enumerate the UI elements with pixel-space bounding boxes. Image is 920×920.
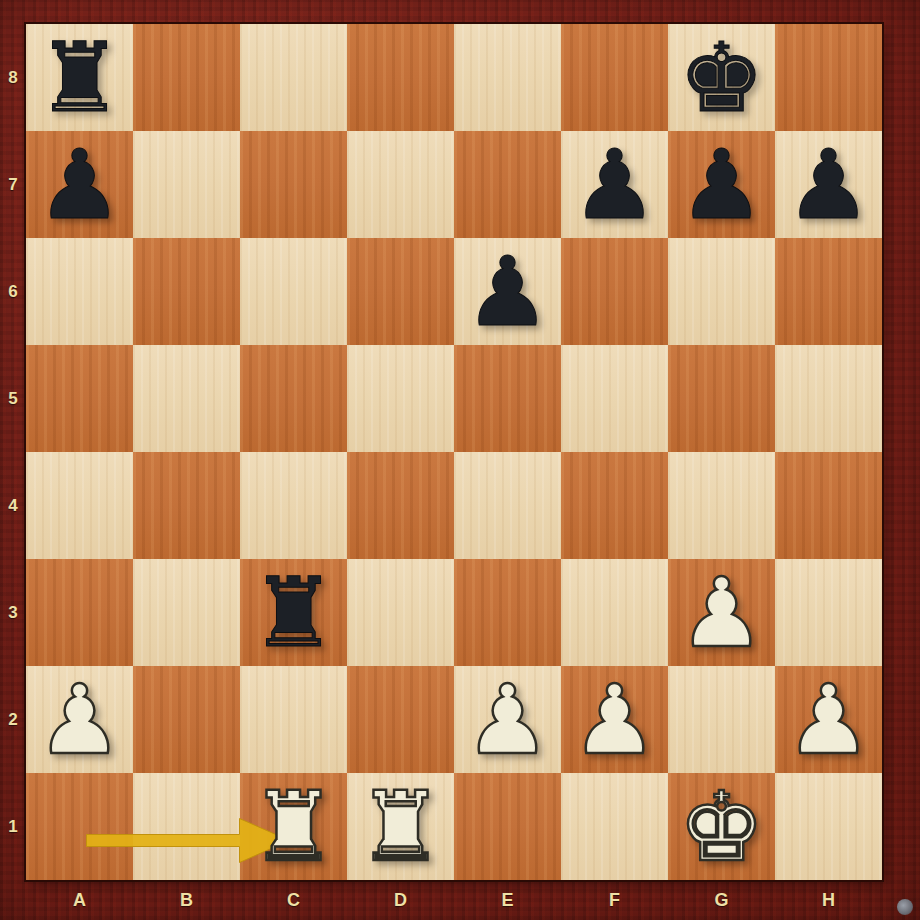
square-c4[interactable] [240,452,347,559]
square-b7[interactable] [133,131,240,238]
square-f6[interactable] [561,238,668,345]
rank-label-3: 3 [0,559,26,666]
piece-black-pawn: ♟ [775,131,882,238]
square-f4[interactable] [561,452,668,559]
square-b5[interactable] [133,345,240,452]
square-c3[interactable]: ♜ [240,559,347,666]
chess-board-frame: 87654321 ABCDEFGH ♜♚♟♟♟♟♟♜♟♟♟♟♟♜♜♚ [0,0,920,920]
square-g5[interactable] [668,345,775,452]
square-g7[interactable]: ♟ [668,131,775,238]
square-c5[interactable] [240,345,347,452]
piece-black-pawn: ♟ [561,131,668,238]
square-a7[interactable]: ♟ [26,131,133,238]
watermark-dot-icon [897,899,913,915]
square-c8[interactable] [240,24,347,131]
piece-black-king: ♚ [668,24,775,131]
rank-label-4: 4 [0,452,26,559]
piece-black-pawn: ♟ [26,131,133,238]
square-e8[interactable] [454,24,561,131]
square-f8[interactable] [561,24,668,131]
piece-white-pawn: ♟ [561,666,668,773]
square-d5[interactable] [347,345,454,452]
square-e3[interactable] [454,559,561,666]
file-label-g: G [668,880,775,920]
square-g1[interactable]: ♚ [668,773,775,880]
rank-label-7: 7 [0,131,26,238]
square-g4[interactable] [668,452,775,559]
square-d8[interactable] [347,24,454,131]
square-h2[interactable]: ♟ [775,666,882,773]
piece-white-pawn: ♟ [26,666,133,773]
rank-label-1: 1 [0,773,26,880]
square-h3[interactable] [775,559,882,666]
square-f1[interactable] [561,773,668,880]
square-a1[interactable] [26,773,133,880]
square-f2[interactable]: ♟ [561,666,668,773]
rank-label-2: 2 [0,666,26,773]
square-h6[interactable] [775,238,882,345]
piece-black-rook: ♜ [240,559,347,666]
square-e4[interactable] [454,452,561,559]
square-b3[interactable] [133,559,240,666]
square-e6[interactable]: ♟ [454,238,561,345]
square-e2[interactable]: ♟ [454,666,561,773]
file-label-c: C [240,880,347,920]
file-label-f: F [561,880,668,920]
square-a6[interactable] [26,238,133,345]
file-label-a: A [26,880,133,920]
square-d2[interactable] [347,666,454,773]
square-e7[interactable] [454,131,561,238]
square-b6[interactable] [133,238,240,345]
file-label-b: B [133,880,240,920]
square-c1[interactable]: ♜ [240,773,347,880]
square-f7[interactable]: ♟ [561,131,668,238]
square-f3[interactable] [561,559,668,666]
piece-black-pawn: ♟ [668,131,775,238]
square-d1[interactable]: ♜ [347,773,454,880]
piece-white-pawn: ♟ [454,666,561,773]
file-label-e: E [454,880,561,920]
square-c6[interactable] [240,238,347,345]
rank-labels: 87654321 [0,24,26,880]
square-h7[interactable]: ♟ [775,131,882,238]
square-a5[interactable] [26,345,133,452]
file-label-d: D [347,880,454,920]
square-d4[interactable] [347,452,454,559]
square-b8[interactable] [133,24,240,131]
square-g2[interactable] [668,666,775,773]
rank-label-5: 5 [0,345,26,452]
square-a3[interactable] [26,559,133,666]
piece-black-rook: ♜ [26,24,133,131]
rank-label-8: 8 [0,24,26,131]
square-d3[interactable] [347,559,454,666]
piece-white-rook: ♜ [347,773,454,880]
square-h4[interactable] [775,452,882,559]
chess-board: ♜♚♟♟♟♟♟♜♟♟♟♟♟♜♜♚ [26,24,882,880]
square-a2[interactable]: ♟ [26,666,133,773]
square-d7[interactable] [347,131,454,238]
square-d6[interactable] [347,238,454,345]
piece-white-king: ♚ [668,773,775,880]
square-e1[interactable] [454,773,561,880]
rank-label-6: 6 [0,238,26,345]
file-labels: ABCDEFGH [26,880,882,920]
square-b2[interactable] [133,666,240,773]
square-g3[interactable]: ♟ [668,559,775,666]
square-c7[interactable] [240,131,347,238]
square-h1[interactable] [775,773,882,880]
file-label-h: H [775,880,882,920]
piece-black-pawn: ♟ [454,238,561,345]
square-a4[interactable] [26,452,133,559]
piece-white-pawn: ♟ [668,559,775,666]
square-b1[interactable] [133,773,240,880]
square-h8[interactable] [775,24,882,131]
square-a8[interactable]: ♜ [26,24,133,131]
square-e5[interactable] [454,345,561,452]
piece-white-rook: ♜ [240,773,347,880]
square-b4[interactable] [133,452,240,559]
piece-white-pawn: ♟ [775,666,882,773]
square-g8[interactable]: ♚ [668,24,775,131]
square-h5[interactable] [775,345,882,452]
square-c2[interactable] [240,666,347,773]
square-f5[interactable] [561,345,668,452]
square-g6[interactable] [668,238,775,345]
